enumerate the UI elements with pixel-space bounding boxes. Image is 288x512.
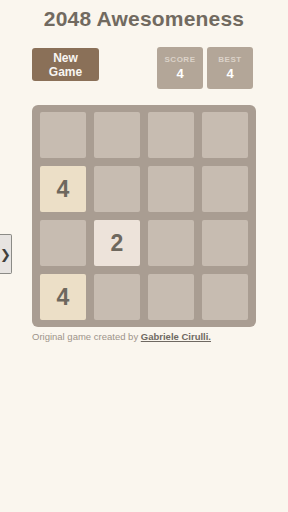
score-value: 4	[176, 66, 183, 81]
empty-cell	[202, 166, 248, 212]
empty-cell	[148, 112, 194, 158]
tile-2: 2	[94, 220, 140, 266]
score-label: SCORE	[165, 55, 196, 64]
new-game-button[interactable]: New Game	[32, 48, 99, 81]
page-title: 2048 Awesomeness	[0, 7, 288, 31]
empty-cell	[202, 112, 248, 158]
credit-text: Original game created by	[32, 331, 141, 342]
best-box: BEST 4	[207, 47, 253, 89]
footer-credit: Original game created by Gabriele Cirull…	[32, 331, 262, 342]
empty-cell	[148, 274, 194, 320]
empty-cell	[94, 112, 140, 158]
chevron-right-icon: ❯	[0, 248, 11, 261]
game-board[interactable]: 424	[32, 105, 256, 327]
tile-4: 4	[40, 274, 86, 320]
empty-cell	[148, 166, 194, 212]
empty-cell	[202, 274, 248, 320]
empty-cell	[148, 220, 194, 266]
empty-cell	[40, 112, 86, 158]
empty-cell	[94, 274, 140, 320]
credit-link[interactable]: Gabriele Cirulli.	[141, 331, 211, 342]
score-box: SCORE 4	[157, 47, 203, 89]
drawer-handle[interactable]: ❯	[0, 234, 12, 274]
empty-cell	[40, 220, 86, 266]
empty-cell	[202, 220, 248, 266]
best-label: BEST	[218, 55, 241, 64]
tile-4: 4	[40, 166, 86, 212]
empty-cell	[94, 166, 140, 212]
best-value: 4	[226, 66, 233, 81]
